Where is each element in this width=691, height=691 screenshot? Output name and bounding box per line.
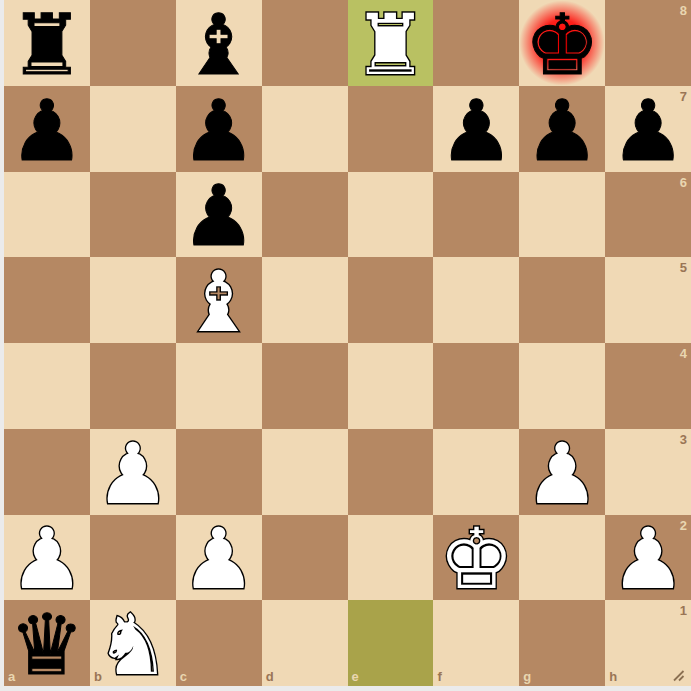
square-f2[interactable]: ♚	[433, 515, 519, 601]
square-e2[interactable]	[348, 515, 434, 601]
piece-black-pawn[interactable]: ♟	[181, 89, 256, 173]
square-b5[interactable]	[90, 257, 176, 343]
file-label-h: h	[609, 670, 617, 683]
file-label-g: g	[523, 670, 531, 683]
square-e8[interactable]: ♜	[348, 0, 434, 86]
square-a3[interactable]	[4, 429, 90, 515]
square-e7[interactable]	[348, 86, 434, 172]
square-b8[interactable]	[90, 0, 176, 86]
piece-black-rook[interactable]: ♜	[9, 3, 84, 87]
square-d6[interactable]	[262, 172, 348, 258]
square-d1[interactable]: d	[262, 600, 348, 686]
square-h3[interactable]: 3	[605, 429, 691, 515]
square-d5[interactable]	[262, 257, 348, 343]
file-label-f: f	[437, 670, 441, 683]
resize-handle-icon[interactable]	[672, 669, 685, 682]
square-d7[interactable]	[262, 86, 348, 172]
square-g2[interactable]	[519, 515, 605, 601]
square-a2[interactable]: ♟	[4, 515, 90, 601]
square-d3[interactable]	[262, 429, 348, 515]
piece-black-bishop[interactable]: ♝	[181, 3, 256, 87]
square-h5[interactable]: 5	[605, 257, 691, 343]
square-a7[interactable]: ♟	[4, 86, 90, 172]
square-a8[interactable]: ♜	[4, 0, 90, 86]
piece-white-pawn[interactable]: ♟	[181, 517, 256, 601]
square-b7[interactable]	[90, 86, 176, 172]
square-c2[interactable]: ♟	[176, 515, 262, 601]
square-h2[interactable]: ♟2	[605, 515, 691, 601]
piece-white-king[interactable]: ♚	[439, 517, 514, 601]
file-label-d: d	[266, 670, 274, 683]
rank-label-4: 4	[680, 347, 687, 360]
piece-white-knight[interactable]: ♞	[95, 603, 170, 687]
square-b3[interactable]: ♟	[90, 429, 176, 515]
square-g1[interactable]: g	[519, 600, 605, 686]
square-f3[interactable]	[433, 429, 519, 515]
square-d8[interactable]	[262, 0, 348, 86]
piece-black-pawn[interactable]: ♟	[525, 89, 600, 173]
square-c7[interactable]: ♟	[176, 86, 262, 172]
square-g7[interactable]: ♟	[519, 86, 605, 172]
file-label-c: c	[180, 670, 187, 683]
piece-black-pawn[interactable]: ♟	[9, 89, 84, 173]
square-b2[interactable]	[90, 515, 176, 601]
square-c8[interactable]: ♝	[176, 0, 262, 86]
file-label-a: a	[8, 670, 15, 683]
rank-label-5: 5	[680, 261, 687, 274]
piece-black-king[interactable]: ♚	[525, 3, 600, 87]
square-b6[interactable]	[90, 172, 176, 258]
square-h6[interactable]: 6	[605, 172, 691, 258]
rank-label-7: 7	[680, 90, 687, 103]
square-e5[interactable]	[348, 257, 434, 343]
square-f8[interactable]	[433, 0, 519, 86]
piece-white-bishop[interactable]: ♝	[181, 260, 256, 344]
square-a1[interactable]: ♛a	[4, 600, 90, 686]
square-e1[interactable]: e	[348, 600, 434, 686]
square-f1[interactable]: f	[433, 600, 519, 686]
square-a4[interactable]	[4, 343, 90, 429]
square-e6[interactable]	[348, 172, 434, 258]
square-g5[interactable]	[519, 257, 605, 343]
square-f4[interactable]	[433, 343, 519, 429]
square-f6[interactable]	[433, 172, 519, 258]
chess-board: ♜♝♜♚8♟♟♟♟♟7♟6♝54♟♟3♟♟♚♟2♛a♞bcdefg1h	[4, 0, 691, 686]
piece-white-rook[interactable]: ♜	[353, 3, 428, 87]
square-f7[interactable]: ♟	[433, 86, 519, 172]
rank-label-1: 1	[680, 604, 687, 617]
piece-white-pawn[interactable]: ♟	[525, 432, 600, 516]
piece-black-pawn[interactable]: ♟	[181, 174, 256, 258]
square-h7[interactable]: ♟7	[605, 86, 691, 172]
square-h4[interactable]: 4	[605, 343, 691, 429]
square-d2[interactable]	[262, 515, 348, 601]
square-g4[interactable]	[519, 343, 605, 429]
square-a5[interactable]	[4, 257, 90, 343]
square-g8[interactable]: ♚	[519, 0, 605, 86]
square-f5[interactable]	[433, 257, 519, 343]
square-c3[interactable]	[176, 429, 262, 515]
file-label-e: e	[352, 670, 359, 683]
square-c1[interactable]: c	[176, 600, 262, 686]
square-c6[interactable]: ♟	[176, 172, 262, 258]
square-c4[interactable]	[176, 343, 262, 429]
square-g6[interactable]	[519, 172, 605, 258]
square-e4[interactable]	[348, 343, 434, 429]
square-a6[interactable]	[4, 172, 90, 258]
rank-label-6: 6	[680, 176, 687, 189]
rank-label-3: 3	[680, 433, 687, 446]
square-b4[interactable]	[90, 343, 176, 429]
piece-black-queen[interactable]: ♛	[9, 603, 84, 687]
piece-white-pawn[interactable]: ♟	[9, 517, 84, 601]
square-g3[interactable]: ♟	[519, 429, 605, 515]
square-b1[interactable]: ♞b	[90, 600, 176, 686]
square-c5[interactable]: ♝	[176, 257, 262, 343]
piece-white-pawn[interactable]: ♟	[95, 432, 170, 516]
piece-white-pawn[interactable]: ♟	[610, 517, 685, 601]
rank-label-2: 2	[680, 519, 687, 532]
square-h8[interactable]: 8	[605, 0, 691, 86]
square-e3[interactable]	[348, 429, 434, 515]
rank-label-8: 8	[680, 4, 687, 17]
piece-black-pawn[interactable]: ♟	[610, 89, 685, 173]
piece-black-pawn[interactable]: ♟	[439, 89, 514, 173]
square-d4[interactable]	[262, 343, 348, 429]
file-label-b: b	[94, 670, 102, 683]
